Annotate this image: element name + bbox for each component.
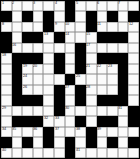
white-cell-r1c13[interactable] — [128, 1, 139, 11]
black-cell-r6c4 — [33, 53, 44, 63]
white-cell-r8c11[interactable] — [107, 74, 118, 84]
black-cell-r7c8 — [75, 64, 86, 74]
white-cell-r8c9[interactable] — [86, 74, 97, 84]
white-cell-r1c6[interactable]: 4 — [54, 1, 65, 11]
clue-number-35: 35 — [12, 127, 16, 131]
white-cell-r15c13[interactable] — [128, 148, 139, 158]
clue-number-37: 37 — [55, 127, 59, 131]
black-cell-r12c4 — [33, 116, 44, 126]
clue-number-22: 22 — [97, 64, 101, 68]
black-cell-r3c5 — [43, 22, 54, 32]
crossword-grid: 1234567891011121314151617181920212223242… — [1, 1, 139, 158]
clue-number-21: 21 — [86, 64, 90, 68]
black-cell-r5c8 — [75, 43, 86, 53]
white-cell-r7c9[interactable]: 21 — [86, 64, 97, 74]
white-cell-r10c9[interactable] — [86, 95, 97, 105]
black-cell-r2c5 — [43, 11, 54, 21]
white-cell-r9c11[interactable] — [107, 85, 118, 95]
black-cell-r7c6 — [54, 64, 65, 74]
white-cell-r1c9[interactable] — [86, 1, 97, 11]
white-cell-r3c13[interactable]: 12 — [128, 22, 139, 32]
white-cell-r11c5[interactable] — [43, 106, 54, 116]
clue-number-2: 2 — [12, 1, 14, 5]
white-cell-r13c1[interactable]: 34 — [1, 127, 12, 137]
black-cell-r4c3 — [22, 32, 33, 42]
black-cell-r6c10 — [97, 53, 108, 63]
white-cell-r1c3[interactable] — [22, 1, 33, 11]
white-cell-r1c1[interactable]: 1 — [1, 1, 12, 11]
white-cell-r5c9[interactable]: 17 — [86, 43, 97, 53]
white-cell-r4c5[interactable]: 13 — [43, 32, 54, 42]
white-cell-r7c4[interactable]: 20 — [33, 64, 44, 74]
black-cell-r2c13 — [128, 11, 139, 21]
white-cell-r1c8[interactable]: 5 — [75, 1, 86, 11]
black-cell-r4c4 — [33, 32, 44, 42]
white-cell-r3c6[interactable]: 9 — [54, 22, 65, 32]
black-cell-r6c6 — [54, 53, 65, 63]
white-cell-r1c11[interactable] — [107, 1, 118, 11]
white-cell-r15c2[interactable] — [12, 148, 23, 158]
white-cell-r9c7[interactable]: 27 — [65, 85, 76, 95]
white-cell-r11c3[interactable] — [22, 106, 33, 116]
white-cell-r3c12[interactable] — [118, 22, 129, 32]
clue-number-12: 12 — [129, 22, 133, 26]
clue-number-1: 1 — [2, 1, 4, 5]
white-cell-r12c9[interactable] — [86, 116, 97, 126]
crossword-board-frame: 1234567891011121314151617181920212223242… — [0, 0, 140, 159]
white-cell-r8c6[interactable] — [54, 74, 65, 84]
black-cell-r8c12 — [118, 74, 129, 84]
black-cell-r11c6 — [54, 106, 65, 116]
black-cell-r12c10 — [97, 116, 108, 126]
black-cell-r9c6 — [54, 85, 65, 95]
white-cell-r13c7[interactable] — [65, 127, 76, 137]
black-cell-r8c2 — [12, 74, 23, 84]
white-cell-r14c4[interactable] — [33, 137, 44, 147]
white-cell-r13c8[interactable]: 38 — [75, 127, 86, 137]
white-cell-r8c3[interactable]: 24 — [22, 74, 33, 84]
black-cell-r12c11 — [107, 116, 118, 126]
black-cell-r6c12 — [118, 53, 129, 63]
clue-number-32: 32 — [44, 116, 48, 120]
clue-number-15: 15 — [86, 32, 90, 36]
white-cell-r3c7[interactable]: 10 — [65, 22, 76, 32]
white-cell-r3c2[interactable] — [12, 22, 23, 32]
black-cell-r13c5 — [43, 127, 54, 137]
clue-number-19: 19 — [23, 64, 27, 68]
black-cell-r2c11 — [107, 11, 118, 21]
clue-number-9: 9 — [55, 22, 57, 26]
white-cell-r9c10[interactable] — [97, 85, 108, 95]
clue-number-4: 4 — [55, 1, 57, 5]
white-cell-r14c10[interactable] — [97, 137, 108, 147]
white-cell-r7c7[interactable] — [65, 64, 76, 74]
white-cell-r9c1[interactable] — [1, 85, 12, 95]
black-cell-r14c11 — [107, 137, 118, 147]
white-cell-r4c2[interactable] — [12, 32, 23, 42]
clue-number-28: 28 — [86, 85, 90, 89]
black-cell-r11c13 — [128, 106, 139, 116]
white-cell-r5c11[interactable] — [107, 43, 118, 53]
black-cell-r5c1 — [1, 43, 12, 53]
black-cell-r12c2 — [12, 116, 23, 126]
white-cell-r6c7[interactable] — [65, 53, 76, 63]
black-cell-r2c3 — [22, 11, 33, 21]
white-cell-r11c12[interactable]: 31 — [118, 106, 129, 116]
white-cell-r15c8[interactable]: 41 — [75, 148, 86, 158]
white-cell-r6c13[interactable] — [128, 53, 139, 63]
white-cell-r11c10[interactable] — [97, 106, 108, 116]
black-cell-r2c1 — [1, 11, 12, 21]
white-cell-r13c13[interactable] — [128, 127, 139, 137]
white-cell-r4c13[interactable] — [128, 32, 139, 42]
white-cell-r2c6[interactable] — [54, 11, 65, 21]
black-cell-r9c8 — [75, 85, 86, 95]
white-cell-r2c4[interactable] — [33, 11, 44, 21]
white-cell-r3c4[interactable] — [33, 22, 44, 32]
clue-number-39: 39 — [97, 127, 101, 131]
black-cell-r6c11 — [107, 53, 118, 63]
black-cell-r4c6 — [54, 32, 65, 42]
black-cell-r6c3 — [22, 53, 33, 63]
clue-number-6: 6 — [97, 1, 99, 5]
white-cell-r3c8[interactable] — [75, 22, 86, 32]
black-cell-r4c10 — [97, 32, 108, 42]
white-cell-r3c1[interactable]: 8 — [1, 22, 12, 32]
black-cell-r10c10 — [97, 95, 108, 105]
black-cell-r12c13 — [128, 116, 139, 126]
white-cell-r5c12[interactable] — [118, 43, 129, 53]
white-cell-r6c5[interactable] — [43, 53, 54, 63]
white-cell-r2c2[interactable] — [12, 11, 23, 21]
white-cell-r15c1[interactable]: 40 — [1, 148, 12, 158]
black-cell-r15c7 — [65, 148, 76, 158]
black-cell-r6c2 — [12, 53, 23, 63]
clue-number-16: 16 — [12, 43, 16, 47]
white-cell-r8c5[interactable] — [43, 74, 54, 84]
clue-number-11: 11 — [97, 22, 101, 26]
clue-number-3: 3 — [33, 1, 35, 5]
white-cell-r14c2[interactable] — [12, 137, 23, 147]
clue-number-10: 10 — [65, 22, 69, 26]
white-cell-r13c6[interactable]: 37 — [54, 127, 65, 137]
white-cell-r15c10[interactable] — [97, 148, 108, 158]
white-cell-r15c4[interactable] — [33, 148, 44, 158]
black-cell-r13c9 — [86, 127, 97, 137]
black-cell-r14c7 — [65, 137, 76, 147]
black-cell-r12c3 — [22, 116, 33, 126]
white-cell-r5c10[interactable] — [97, 43, 108, 53]
white-cell-r7c5[interactable] — [43, 64, 54, 74]
white-cell-r5c7[interactable] — [65, 43, 76, 53]
clue-number-13: 13 — [44, 32, 48, 36]
clue-number-41: 41 — [76, 148, 80, 152]
white-cell-r2c8[interactable] — [75, 11, 86, 21]
white-cell-r13c4[interactable]: 36 — [33, 127, 44, 137]
white-cell-r5c3[interactable] — [22, 43, 33, 53]
black-cell-r14c13 — [128, 137, 139, 147]
white-cell-r10c5[interactable] — [43, 95, 54, 105]
white-cell-r5c5[interactable] — [43, 43, 54, 53]
white-cell-r9c3[interactable]: 26 — [22, 85, 33, 95]
clue-number-33: 33 — [55, 116, 59, 120]
white-cell-r2c12[interactable] — [118, 11, 129, 21]
black-cell-r9c2 — [12, 85, 23, 95]
clue-number-18: 18 — [2, 53, 6, 57]
white-cell-r15c3[interactable] — [22, 148, 33, 158]
black-cell-r8c7 — [65, 74, 76, 84]
clue-number-40: 40 — [2, 148, 6, 152]
white-cell-r5c2[interactable]: 16 — [12, 43, 23, 53]
white-cell-r15c11[interactable] — [107, 148, 118, 158]
white-cell-r12c1[interactable] — [1, 116, 12, 126]
black-cell-r2c7 — [65, 11, 76, 21]
black-cell-r10c4 — [33, 95, 44, 105]
white-cell-r5c4[interactable] — [33, 43, 44, 53]
white-cell-r3c10[interactable]: 11 — [97, 22, 108, 32]
clue-number-24: 24 — [23, 74, 27, 78]
white-cell-r11c4[interactable] — [33, 106, 44, 116]
white-cell-r1c5[interactable] — [43, 1, 54, 11]
clue-number-25: 25 — [76, 74, 80, 78]
white-cell-r14c12[interactable] — [118, 137, 129, 147]
white-cell-r15c9[interactable] — [86, 148, 97, 158]
white-cell-r9c13[interactable] — [128, 85, 139, 95]
white-cell-r10c13[interactable] — [128, 95, 139, 105]
white-cell-r6c9[interactable] — [86, 53, 97, 63]
black-cell-r14c1 — [1, 137, 12, 147]
white-cell-r5c13[interactable] — [128, 43, 139, 53]
white-cell-r8c8[interactable]: 25 — [75, 74, 86, 84]
white-cell-r12c5[interactable]: 32 — [43, 116, 54, 126]
white-cell-r13c2[interactable]: 35 — [12, 127, 23, 137]
black-cell-r14c9 — [86, 137, 97, 147]
clue-number-36: 36 — [33, 127, 37, 131]
white-cell-r15c12[interactable] — [118, 148, 129, 158]
clue-number-23: 23 — [108, 64, 112, 68]
clue-number-26: 26 — [23, 85, 27, 89]
black-cell-r2c9 — [86, 11, 97, 21]
clue-number-5: 5 — [76, 1, 78, 5]
white-cell-r11c7[interactable]: 30 — [65, 106, 76, 116]
clue-number-7: 7 — [118, 1, 120, 5]
white-cell-r9c9[interactable]: 28 — [86, 85, 97, 95]
clue-number-27: 27 — [65, 85, 69, 89]
white-cell-r1c12[interactable]: 7 — [118, 1, 129, 11]
white-cell-r11c1[interactable]: 29 — [1, 106, 12, 116]
white-cell-r10c7[interactable] — [65, 95, 76, 105]
clue-number-8: 8 — [2, 22, 4, 26]
white-cell-r7c13[interactable] — [128, 64, 139, 74]
black-cell-r14c5 — [43, 137, 54, 147]
white-cell-r11c11[interactable] — [107, 106, 118, 116]
black-cell-r7c2 — [12, 64, 23, 74]
black-cell-r10c2 — [12, 95, 23, 105]
white-cell-r3c3[interactable] — [22, 22, 33, 32]
black-cell-r10c12 — [118, 95, 129, 105]
white-cell-r1c10[interactable]: 6 — [97, 1, 108, 11]
white-cell-r12c7[interactable] — [65, 116, 76, 126]
white-cell-r4c8[interactable] — [75, 32, 86, 42]
white-cell-r7c3[interactable]: 19 — [22, 64, 33, 74]
clue-number-31: 31 — [118, 106, 122, 110]
white-cell-r7c11[interactable]: 23 — [107, 64, 118, 74]
white-cell-r12c6[interactable]: 33 — [54, 116, 65, 126]
clue-number-14: 14 — [65, 32, 69, 36]
white-cell-r1c2[interactable]: 2 — [12, 1, 23, 11]
white-cell-r13c12[interactable] — [118, 127, 129, 137]
white-cell-r8c13[interactable] — [128, 74, 139, 84]
black-cell-r1c7 — [65, 1, 76, 11]
white-cell-r8c4[interactable] — [33, 74, 44, 84]
white-cell-r9c5[interactable] — [43, 85, 54, 95]
black-cell-r10c8 — [75, 95, 86, 105]
white-cell-r7c10[interactable]: 22 — [97, 64, 108, 74]
white-cell-r13c10[interactable]: 39 — [97, 127, 108, 137]
white-cell-r1c4[interactable]: 3 — [33, 1, 44, 11]
white-cell-r11c9[interactable] — [86, 106, 97, 116]
white-cell-r13c11[interactable] — [107, 127, 118, 137]
white-cell-r12c12[interactable] — [118, 116, 129, 126]
black-cell-r4c1 — [1, 32, 12, 42]
white-cell-r13c3[interactable] — [22, 127, 33, 137]
black-cell-r10c6 — [54, 95, 65, 105]
clue-number-20: 20 — [33, 64, 37, 68]
white-cell-r9c4[interactable] — [33, 85, 44, 95]
white-cell-r8c1[interactable] — [1, 74, 12, 84]
white-cell-r4c7[interactable]: 14 — [65, 32, 76, 42]
clue-number-30: 30 — [65, 106, 69, 110]
white-cell-r3c11[interactable] — [107, 22, 118, 32]
black-cell-r10c11 — [107, 95, 118, 105]
black-cell-r6c8 — [75, 53, 86, 63]
clue-number-17: 17 — [86, 43, 90, 47]
white-cell-r14c6[interactable] — [54, 137, 65, 147]
white-cell-r15c6[interactable] — [54, 148, 65, 158]
white-cell-r10c1[interactable] — [1, 95, 12, 105]
white-cell-r4c9[interactable]: 15 — [86, 32, 97, 42]
white-cell-r8c10[interactable] — [97, 74, 108, 84]
clue-number-34: 34 — [2, 127, 6, 131]
black-cell-r12c8 — [75, 116, 86, 126]
black-cell-r3c9 — [86, 22, 97, 32]
clue-number-29: 29 — [2, 106, 6, 110]
white-cell-r6c1[interactable]: 18 — [1, 53, 12, 63]
black-cell-r10c3 — [22, 95, 33, 105]
black-cell-r9c12 — [118, 85, 129, 95]
white-cell-r15c5[interactable] — [43, 148, 54, 158]
black-cell-r14c3 — [22, 137, 33, 147]
white-cell-r11c8[interactable] — [75, 106, 86, 116]
white-cell-r11c2[interactable] — [12, 106, 23, 116]
white-cell-r5c6[interactable] — [54, 43, 65, 53]
black-cell-r4c11 — [107, 32, 118, 42]
clue-number-38: 38 — [76, 127, 80, 131]
black-cell-r7c12 — [118, 64, 129, 74]
white-cell-r14c8[interactable] — [75, 137, 86, 147]
black-cell-r4c12 — [118, 32, 129, 42]
white-cell-r2c10[interactable] — [97, 11, 108, 21]
white-cell-r7c1[interactable] — [1, 64, 12, 74]
